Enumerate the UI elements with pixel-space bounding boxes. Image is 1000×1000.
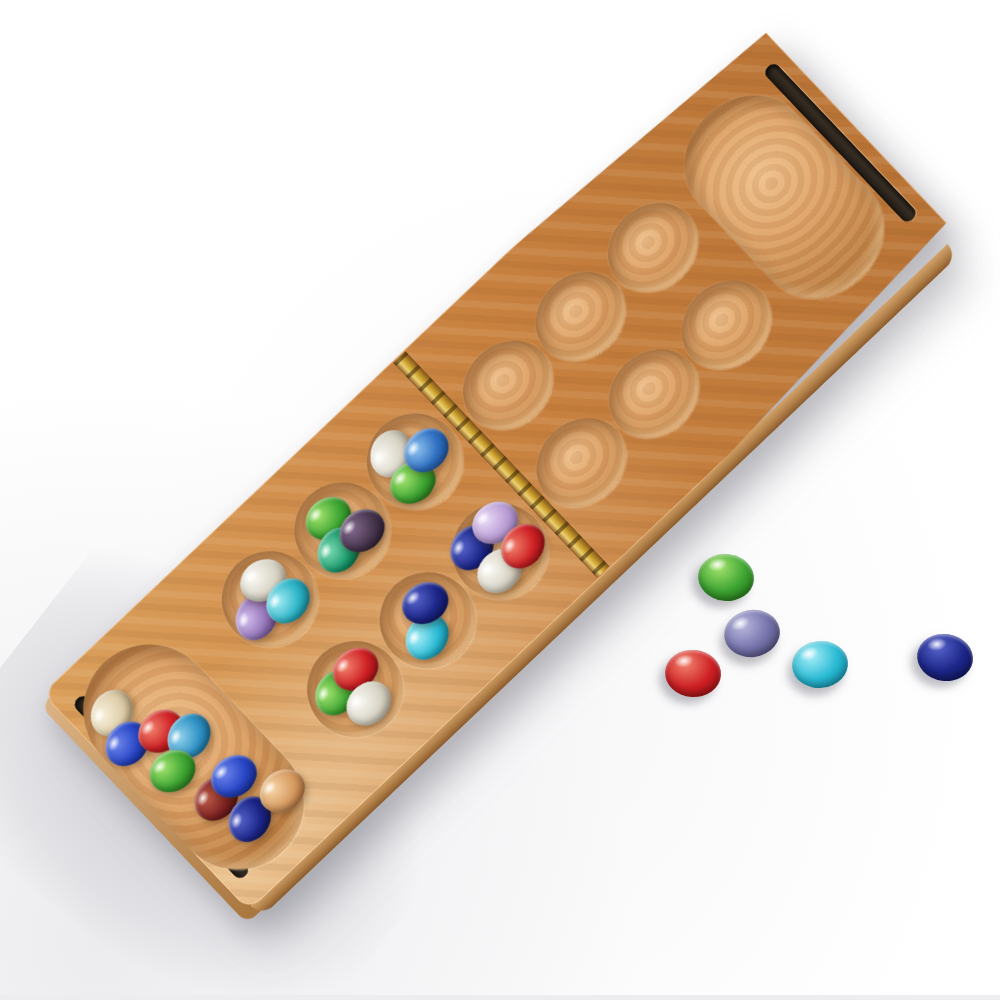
product-photo-scene [0,0,1000,1000]
floor-edge-line [0,995,1000,1000]
